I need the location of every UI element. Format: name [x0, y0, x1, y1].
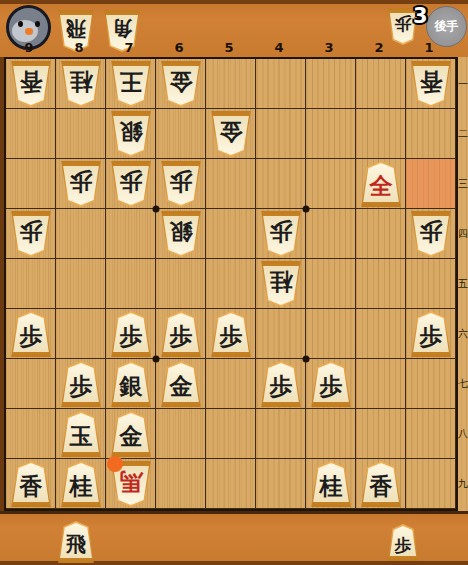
shogi-piece-sente[interactable]: 桂 [60, 461, 102, 507]
piece-glyph: 金 [110, 411, 152, 457]
shogi-piece-sente[interactable]: 歩 [110, 311, 152, 357]
piece-glyph: 香 [360, 461, 402, 507]
piece-glyph: 全 [360, 161, 402, 207]
file-label: 9 [4, 40, 54, 56]
piece-glyph: 歩 [160, 311, 202, 357]
piece-glyph: 歩 [260, 361, 302, 407]
piece-glyph: 桂 [260, 261, 302, 307]
rank-label: 八 [458, 409, 468, 459]
shogi-piece-gote[interactable]: 金 [210, 111, 252, 157]
piece-glyph: 歩 [110, 311, 152, 357]
piece-glyph: 銀 [110, 111, 152, 157]
piece-glyph: 歩 [60, 361, 102, 407]
shogi-piece-gote[interactable]: 歩 [10, 211, 52, 257]
piece-glyph: 桂 [310, 461, 352, 507]
piece-glyph: 飛 [57, 521, 95, 563]
shogi-piece-sente[interactable]: 全 [360, 161, 402, 207]
shogi-piece-gote[interactable]: 歩 [160, 161, 202, 207]
rank-label: 四 [458, 209, 468, 259]
piece-glyph: 金 [160, 361, 202, 407]
rank-label: 七 [458, 359, 468, 409]
board-panel: 香桂王金香銀金歩歩歩全歩銀歩歩桂歩歩歩歩歩歩銀金歩歩玉金香桂馬桂香 一二三四五六… [4, 57, 468, 511]
rank-label: 一 [458, 59, 468, 109]
shogi-piece-gote[interactable]: 歩 [60, 161, 102, 207]
file-label: 4 [254, 40, 304, 56]
shogi-piece-sente[interactable]: 歩 [60, 361, 102, 407]
piece-glyph: 歩 [60, 161, 102, 207]
shogi-piece-sente[interactable]: 歩 [260, 361, 302, 407]
pieces-layer: 香桂王金香銀金歩歩歩全歩銀歩歩桂歩歩歩歩歩歩銀金歩歩玉金香桂馬桂香 [6, 59, 456, 509]
piece-glyph: 歩 [10, 311, 52, 357]
piece-glyph: 香 [410, 61, 452, 107]
shogi-piece-sente[interactable]: 銀 [110, 361, 152, 407]
shogi-piece-sente[interactable]: 香 [10, 461, 52, 507]
piece-glyph: 歩 [160, 161, 202, 207]
shogi-piece-sente[interactable]: 金 [110, 411, 152, 457]
piece-glyph: 歩 [10, 211, 52, 257]
shogi-piece-sente[interactable]: 歩 [310, 361, 352, 407]
piece-glyph: 銀 [110, 361, 152, 407]
piece-glyph: 金 [210, 111, 252, 157]
piece-glyph: 桂 [60, 461, 102, 507]
shogi-piece-sente[interactable]: 金 [160, 361, 202, 407]
shogi-piece-sente[interactable]: 歩 [160, 311, 202, 357]
piece-glyph: 香 [10, 61, 52, 107]
beak-icon [25, 28, 33, 35]
shogi-app: 飛角歩 3 後手 987654321 香桂王金香銀金歩歩歩全歩銀歩歩桂歩歩歩歩歩… [0, 0, 468, 565]
shogi-piece-sente[interactable]: 桂 [310, 461, 352, 507]
piece-glyph: 金 [160, 61, 202, 107]
shogi-piece-gote[interactable]: 桂 [60, 61, 102, 107]
eye-icon [35, 21, 40, 27]
shogi-piece-gote[interactable]: 香 [410, 61, 452, 107]
shogi-piece-gote[interactable]: 歩 [260, 211, 302, 257]
gote-pawn-count: 3 [413, 4, 428, 28]
gote-badge-label: 後手 [435, 18, 459, 35]
shogi-piece-sente[interactable]: 玉 [60, 411, 102, 457]
piece-glyph: 銀 [160, 211, 202, 257]
shogi-piece-gote[interactable]: 香 [10, 61, 52, 107]
shogi-piece-gote[interactable]: 王 [110, 61, 152, 107]
shogi-piece-gote[interactable]: 金 [160, 61, 202, 107]
rank-label: 五 [458, 259, 468, 309]
shogi-piece-gote[interactable]: 歩 [110, 161, 152, 207]
piece-glyph: 桂 [60, 61, 102, 107]
shogi-piece-gote[interactable]: 銀 [160, 211, 202, 257]
hand-pawn-sente[interactable]: 歩 [387, 524, 419, 561]
rank-label: 六 [458, 309, 468, 359]
sente-tray: 飛歩 先手 [0, 511, 468, 565]
shogi-piece-gote[interactable]: 歩 [410, 211, 452, 257]
piece-glyph: 歩 [410, 311, 452, 357]
rank-labels: 一二三四五六七八九 [458, 59, 468, 509]
shogi-piece-sente[interactable]: 歩 [210, 311, 252, 357]
shogi-piece-sente[interactable]: 香 [360, 461, 402, 507]
piece-glyph: 歩 [410, 211, 452, 257]
file-label: 6 [154, 40, 204, 56]
hand-piece-sente[interactable]: 飛 [57, 521, 95, 563]
piece-glyph: 歩 [310, 361, 352, 407]
file-label: 1 [404, 40, 454, 56]
piece-glyph: 王 [110, 61, 152, 107]
file-label: 2 [354, 40, 404, 56]
file-labels: 987654321 [4, 40, 454, 56]
last-move-dot [107, 456, 123, 472]
rank-label: 二 [458, 109, 468, 159]
file-label: 5 [204, 40, 254, 56]
file-label: 3 [304, 40, 354, 56]
shogi-piece-gote[interactable]: 銀 [110, 111, 152, 157]
rank-label: 三 [458, 159, 468, 209]
board: 香桂王金香銀金歩歩歩全歩銀歩歩桂歩歩歩歩歩歩銀金歩歩玉金香桂馬桂香 [4, 57, 458, 511]
piece-glyph: 歩 [260, 211, 302, 257]
rank-label: 九 [458, 459, 468, 509]
shogi-piece-sente[interactable]: 歩 [10, 311, 52, 357]
piece-glyph: 玉 [60, 411, 102, 457]
piece-glyph: 歩 [210, 311, 252, 357]
shogi-piece-sente[interactable]: 歩 [410, 311, 452, 357]
file-label: 7 [104, 40, 154, 56]
piece-glyph: 歩 [387, 524, 419, 561]
shogi-piece-gote[interactable]: 桂 [260, 261, 302, 307]
file-label: 8 [54, 40, 104, 56]
piece-glyph: 歩 [110, 161, 152, 207]
eye-icon [18, 21, 23, 27]
piece-glyph: 香 [10, 461, 52, 507]
